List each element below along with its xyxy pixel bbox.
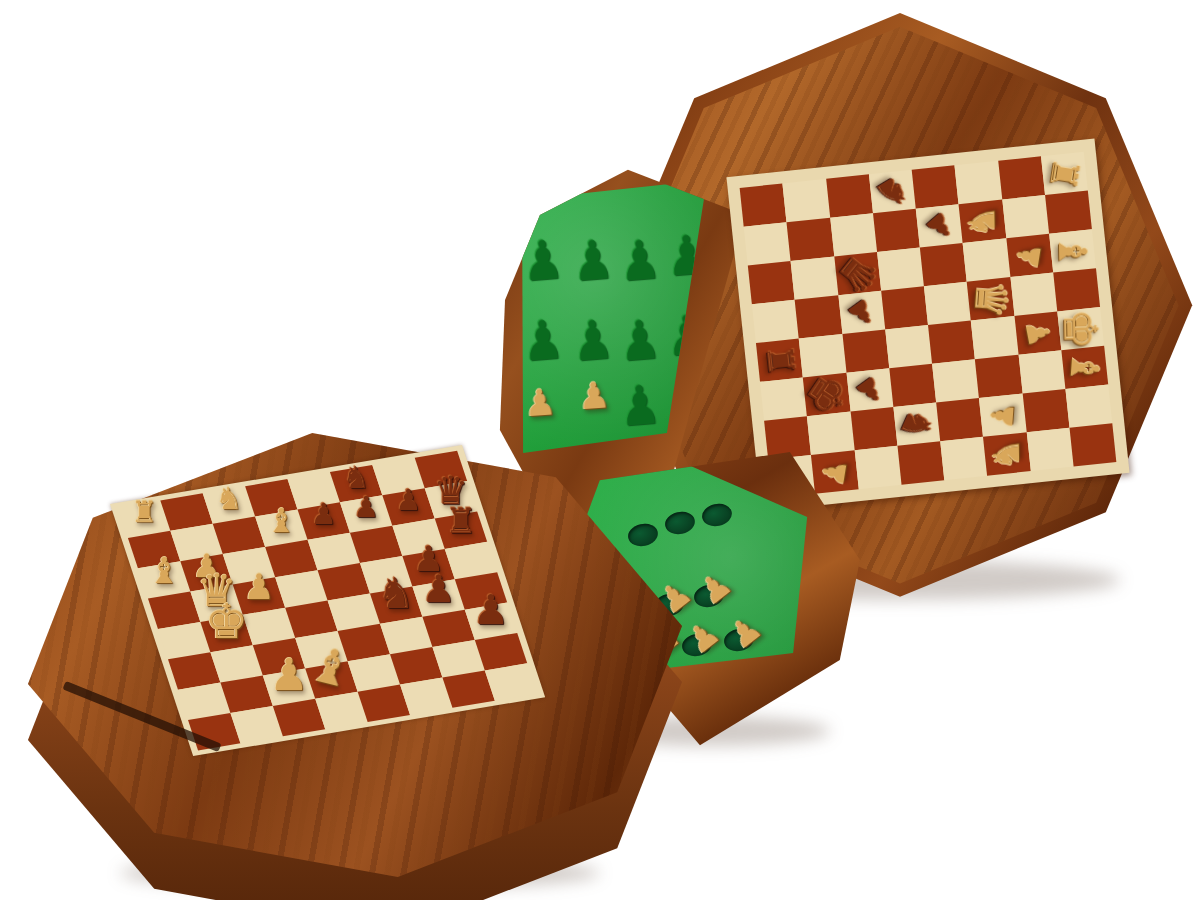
bg-square-h7: [1045, 191, 1092, 234]
felt-recess-5: ♟: [521, 312, 565, 370]
bg-square-a5: [752, 300, 799, 343]
felt-recess-6: ♟: [571, 312, 615, 370]
felt-recess-7: ♟: [618, 312, 662, 370]
bg-square-d6: [877, 247, 924, 290]
drawer-hole-3: [700, 501, 734, 529]
bg-square-e2: [936, 398, 983, 441]
piece-white-q-f5: ♛: [967, 278, 1014, 320]
piece-white-b-h3: ♝: [1064, 349, 1104, 386]
felt-recess-1: ♟: [521, 232, 565, 290]
bg-square-g3: [1018, 350, 1065, 393]
bg-square-d4: [885, 325, 932, 368]
bg-square-h2: [1065, 384, 1112, 427]
bg-square-e5: [924, 282, 971, 325]
piece-white-n-f1: ♞: [988, 438, 1025, 471]
bg-square-a8: [740, 183, 787, 226]
bg-square-b5: [795, 295, 842, 338]
bg-square-d5: [881, 286, 928, 329]
felt-recess-4: ♟: [665, 227, 709, 285]
bg-square-d7: [873, 209, 920, 252]
bg-square-a7: [744, 222, 791, 265]
bg-square-h1: [1069, 423, 1116, 466]
bg-square-c1: [854, 446, 901, 489]
bg-square-c2: [850, 407, 897, 450]
bg-square-f8: [955, 161, 1002, 204]
bg-square-e1: [940, 437, 987, 480]
bg-square-h5: [1053, 268, 1100, 311]
flat-board-grid: [118, 451, 537, 751]
bg-square-f4: [971, 316, 1018, 359]
felt-recess-8: ♟: [665, 307, 709, 365]
bg-square-a6: [748, 261, 795, 304]
bg-square-e3: [932, 359, 979, 402]
piece-white-p-g4: ♟: [1020, 317, 1055, 349]
bg-square-e4: [928, 320, 975, 363]
felt-recess-2: ♟: [571, 232, 615, 290]
piece-white-p-b1: ♟: [818, 456, 852, 487]
bg-square-f6: [963, 238, 1010, 281]
bg-square-c8: [826, 174, 873, 217]
bg-square-f3: [975, 355, 1022, 398]
bg-square-d1: [897, 441, 944, 484]
bg-square-b8: [783, 179, 830, 222]
bg-square-b7: [787, 218, 834, 261]
piece-black-r-a4: ♜: [760, 342, 799, 378]
bg-square-g1: [1026, 428, 1073, 471]
piece-white-r-h8: ♜: [1044, 155, 1085, 193]
bg-square-e8: [912, 165, 959, 208]
piece-white-n-f7: ♞: [964, 205, 1001, 238]
fg-square-h1: [485, 663, 537, 700]
product-photo-two-octagonal-chess-sets: { "game": "chess", "scene_description": …: [0, 0, 1200, 900]
piece-white-p-g6: ♟: [1012, 240, 1046, 271]
flat-octagonal-box: ♜♞♝♝♟♛♟♚♟♝♞♟♟♟♛♜♟♞♟♟: [10, 410, 700, 900]
bg-square-g2: [1022, 389, 1069, 432]
piece-white-b-h6: ♝: [1053, 234, 1092, 269]
bg-square-d3: [889, 364, 936, 407]
felt-recess-3: ♟: [618, 232, 662, 290]
bg-square-g7: [1002, 195, 1049, 238]
piece-white-p-f2: ♟: [987, 401, 1019, 430]
bg-square-e6: [920, 243, 967, 286]
bg-square-g8: [998, 156, 1045, 199]
piece-white-k-h4: ♚: [1057, 308, 1104, 350]
bg-square-c4: [842, 330, 889, 373]
